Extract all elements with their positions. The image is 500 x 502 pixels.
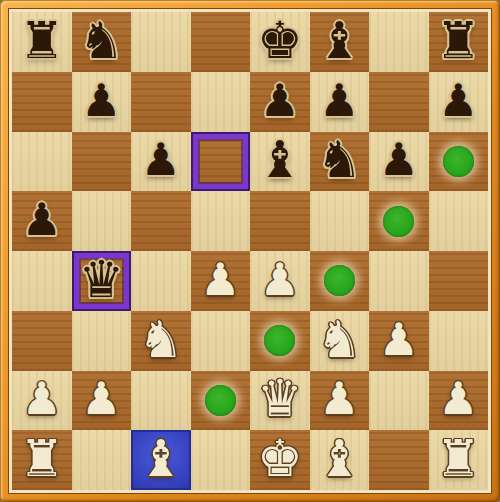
square-g5[interactable] [369, 191, 429, 251]
square-b7[interactable]: ♟ [72, 72, 132, 132]
square-h6[interactable] [429, 132, 489, 192]
black-pawn[interactable]: ♟ [81, 78, 121, 126]
square-e7[interactable]: ♟ [250, 72, 310, 132]
square-c4[interactable] [131, 251, 191, 311]
white-pawn[interactable]: ♟ [319, 376, 359, 424]
black-rook[interactable]: ♜ [19, 15, 65, 69]
square-c1[interactable]: ♝ [131, 430, 191, 490]
white-pawn[interactable]: ♟ [379, 317, 419, 365]
square-e3[interactable] [250, 311, 310, 371]
white-pawn[interactable]: ♟ [22, 376, 62, 424]
black-pawn[interactable]: ♟ [260, 78, 300, 126]
square-g8[interactable] [369, 12, 429, 72]
square-g3[interactable]: ♟ [369, 311, 429, 371]
square-h7[interactable]: ♟ [429, 72, 489, 132]
white-pawn[interactable]: ♟ [260, 257, 300, 305]
square-g1[interactable] [369, 430, 429, 490]
square-f5[interactable] [310, 191, 370, 251]
square-e8[interactable]: ♚ [250, 12, 310, 72]
square-c2[interactable] [131, 371, 191, 431]
white-knight[interactable]: ♞ [316, 314, 362, 368]
square-g2[interactable] [369, 371, 429, 431]
legal-move-dot[interactable] [383, 206, 414, 237]
square-c7[interactable] [131, 72, 191, 132]
white-pawn[interactable]: ♟ [81, 376, 121, 424]
square-b3[interactable] [72, 311, 132, 371]
square-d4[interactable]: ♟ [191, 251, 251, 311]
square-h1[interactable]: ♜ [429, 430, 489, 490]
black-bishop[interactable]: ♝ [316, 15, 362, 69]
square-f2[interactable]: ♟ [310, 371, 370, 431]
square-g4[interactable] [369, 251, 429, 311]
square-h5[interactable] [429, 191, 489, 251]
black-bishop[interactable]: ♝ [257, 134, 303, 188]
square-a1[interactable]: ♜ [12, 430, 72, 490]
square-e4[interactable]: ♟ [250, 251, 310, 311]
black-pawn[interactable]: ♟ [22, 197, 62, 245]
square-c6[interactable]: ♟ [131, 132, 191, 192]
square-e1[interactable]: ♚ [250, 430, 310, 490]
white-pawn[interactable]: ♟ [200, 257, 240, 305]
square-b4[interactable]: ♛ [72, 251, 132, 311]
white-bishop[interactable]: ♝ [316, 433, 362, 487]
square-f3[interactable]: ♞ [310, 311, 370, 371]
square-g6[interactable]: ♟ [369, 132, 429, 192]
square-e6[interactable]: ♝ [250, 132, 310, 192]
black-knight[interactable]: ♞ [78, 15, 124, 69]
square-f7[interactable]: ♟ [310, 72, 370, 132]
square-a5[interactable]: ♟ [12, 191, 72, 251]
board-rim: ♜♞♚♝♜♟♟♟♟♟♝♞♟♟♛♟♟♞♞♟♟♟♛♟♟♜♝♚♝♜ [8, 8, 492, 494]
square-b1[interactable] [72, 430, 132, 490]
white-queen[interactable]: ♛ [257, 373, 303, 427]
square-d2[interactable] [191, 371, 251, 431]
square-a6[interactable] [12, 132, 72, 192]
white-king[interactable]: ♚ [257, 433, 303, 487]
square-h4[interactable] [429, 251, 489, 311]
black-pawn[interactable]: ♟ [438, 78, 478, 126]
square-d6[interactable] [191, 132, 251, 192]
square-c3[interactable]: ♞ [131, 311, 191, 371]
square-f8[interactable]: ♝ [310, 12, 370, 72]
legal-move-dot[interactable] [443, 146, 474, 177]
square-a4[interactable] [12, 251, 72, 311]
square-d8[interactable] [191, 12, 251, 72]
legal-move-dot[interactable] [264, 325, 295, 356]
square-f4[interactable] [310, 251, 370, 311]
black-knight[interactable]: ♞ [316, 134, 362, 188]
square-h8[interactable]: ♜ [429, 12, 489, 72]
black-pawn[interactable]: ♟ [319, 78, 359, 126]
square-a3[interactable] [12, 311, 72, 371]
chess-board: ♜♞♚♝♜♟♟♟♟♟♝♞♟♟♛♟♟♞♞♟♟♟♛♟♟♜♝♚♝♜ [12, 12, 488, 490]
square-b8[interactable]: ♞ [72, 12, 132, 72]
square-d5[interactable] [191, 191, 251, 251]
square-f6[interactable]: ♞ [310, 132, 370, 192]
white-bishop[interactable]: ♝ [138, 433, 184, 487]
square-c8[interactable] [131, 12, 191, 72]
legal-move-dot[interactable] [324, 265, 355, 296]
square-e5[interactable] [250, 191, 310, 251]
square-d1[interactable] [191, 430, 251, 490]
white-rook[interactable]: ♜ [19, 433, 65, 487]
square-d7[interactable] [191, 72, 251, 132]
white-rook[interactable]: ♜ [435, 433, 481, 487]
square-b2[interactable]: ♟ [72, 371, 132, 431]
square-a2[interactable]: ♟ [12, 371, 72, 431]
legal-move-dot[interactable] [205, 385, 236, 416]
square-e2[interactable]: ♛ [250, 371, 310, 431]
black-rook[interactable]: ♜ [435, 15, 481, 69]
white-pawn[interactable]: ♟ [438, 376, 478, 424]
black-king[interactable]: ♚ [257, 15, 303, 69]
white-knight[interactable]: ♞ [138, 314, 184, 368]
board-frame: ♜♞♚♝♜♟♟♟♟♟♝♞♟♟♛♟♟♞♞♟♟♟♛♟♟♜♝♚♝♜ [0, 0, 500, 502]
square-a8[interactable]: ♜ [12, 12, 72, 72]
black-pawn[interactable]: ♟ [141, 137, 181, 185]
square-f1[interactable]: ♝ [310, 430, 370, 490]
black-pawn[interactable]: ♟ [379, 137, 419, 185]
square-b5[interactable] [72, 191, 132, 251]
square-c5[interactable] [131, 191, 191, 251]
square-g7[interactable] [369, 72, 429, 132]
square-d3[interactable] [191, 311, 251, 371]
square-h2[interactable]: ♟ [429, 371, 489, 431]
square-h3[interactable] [429, 311, 489, 371]
square-b6[interactable] [72, 132, 132, 192]
board-mat: ♜♞♚♝♜♟♟♟♟♟♝♞♟♟♛♟♟♞♞♟♟♟♛♟♟♜♝♚♝♜ [9, 9, 491, 493]
black-queen[interactable]: ♛ [78, 254, 124, 308]
square-a7[interactable] [12, 72, 72, 132]
